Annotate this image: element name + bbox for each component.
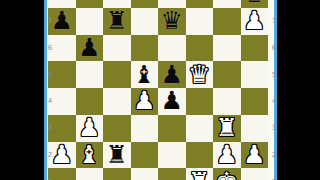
square-h1 (241, 168, 269, 180)
square-c6 (103, 35, 131, 62)
square-c2: ♜ (103, 142, 131, 169)
square-b1 (76, 168, 104, 180)
piece-wR-g3: ♜ (216, 115, 238, 141)
square-g2: ♟ (213, 142, 241, 169)
square-h4 (241, 88, 269, 115)
square-d5: ♝ (131, 61, 159, 88)
piece-bB-d5: ♝ (133, 62, 155, 88)
square-f7 (186, 8, 214, 35)
square-e7: ♛ (158, 8, 186, 35)
square-f8 (186, 0, 214, 8)
rank-label-left-2: 2 (47, 151, 53, 159)
square-b3: ♟ (76, 115, 104, 142)
square-h7: ♟ (241, 8, 269, 35)
square-c1 (103, 168, 131, 180)
square-d1 (131, 168, 159, 180)
piece-wP-h2: ♟ (243, 142, 265, 168)
square-b8 (76, 0, 104, 8)
square-g5 (213, 61, 241, 88)
square-b4 (76, 88, 104, 115)
rank-label-right-4: 4 (271, 97, 277, 105)
square-h3 (241, 115, 269, 142)
square-h2: ♟ (241, 142, 269, 169)
piece-wP-a2: ♟ (51, 142, 73, 168)
rank-label-right-7: 7 (271, 17, 277, 25)
rank-label-right-2: 2 (271, 151, 277, 159)
square-h6 (241, 35, 269, 62)
rank-label-left-3: 3 (47, 124, 53, 132)
square-c3 (103, 115, 131, 142)
piece-bP-a7: ♟ (51, 8, 73, 34)
square-d7 (131, 8, 159, 35)
square-c4 (103, 88, 131, 115)
square-e6 (158, 35, 186, 62)
square-b6: ♟ (76, 35, 104, 62)
piece-bR-c2: ♜ (106, 142, 128, 168)
square-b7 (76, 8, 104, 35)
piece-wK-g1: ♚ (216, 169, 238, 180)
square-b5 (76, 61, 104, 88)
rank-label-left-4: 4 (47, 97, 53, 105)
square-f5: ♛ (186, 61, 214, 88)
piece-bP-e5: ♟ (161, 62, 183, 88)
square-c7: ♜ (103, 8, 131, 35)
square-c5 (103, 61, 131, 88)
square-f2 (186, 142, 214, 169)
square-f3 (186, 115, 214, 142)
square-e2 (158, 142, 186, 169)
piece-bR-c7: ♜ (106, 8, 128, 34)
right-black-bar (277, 0, 320, 180)
rank-label-right-1: 1 (271, 178, 277, 180)
piece-wP-b3: ♟ (78, 115, 100, 141)
square-f1: ♜ (186, 168, 214, 180)
square-f6 (186, 35, 214, 62)
square-d2 (131, 142, 159, 169)
video-frame: ♚♟♜♛♟♟♝♟♛♟♟♟♜♟♝♜♟♟♜♚ 8877665544332211 (0, 0, 320, 180)
square-e1 (158, 168, 186, 180)
piece-bQ-e7: ♛ (161, 8, 183, 34)
square-g7 (213, 8, 241, 35)
piece-wR-f1: ♜ (188, 169, 210, 180)
square-e3 (158, 115, 186, 142)
rank-label-left-6: 6 (47, 44, 53, 52)
piece-wP-d4: ♟ (133, 88, 155, 114)
piece-wP-g2: ♟ (216, 142, 238, 168)
rank-label-right-6: 6 (271, 44, 277, 52)
rank-label-left-5: 5 (47, 71, 53, 79)
chess-diagram-panel: ♚♟♜♛♟♟♝♟♛♟♟♟♜♟♝♜♟♟♜♚ 8877665544332211 (44, 0, 277, 180)
square-d6 (131, 35, 159, 62)
chess-board: ♚♟♜♛♟♟♝♟♛♟♟♟♜♟♝♜♟♟♜♚ (48, 0, 268, 180)
square-d3 (131, 115, 159, 142)
rank-label-left-1: 1 (47, 178, 53, 180)
piece-bP-e4: ♟ (161, 88, 183, 114)
left-black-bar (0, 0, 44, 180)
square-g8 (213, 0, 241, 8)
square-g6 (213, 35, 241, 62)
rank-label-right-3: 3 (271, 124, 277, 132)
square-b2: ♝ (76, 142, 104, 169)
square-e4: ♟ (158, 88, 186, 115)
piece-wQ-f5: ♛ (188, 62, 210, 88)
square-d8 (131, 0, 159, 8)
square-e5: ♟ (158, 61, 186, 88)
piece-wP-h7: ♟ (243, 8, 265, 34)
square-g3: ♜ (213, 115, 241, 142)
piece-bP-b6: ♟ (78, 35, 100, 61)
square-g4 (213, 88, 241, 115)
square-h5 (241, 61, 269, 88)
square-g1: ♚ (213, 168, 241, 180)
square-d4: ♟ (131, 88, 159, 115)
square-f4 (186, 88, 214, 115)
piece-wB-b2: ♝ (78, 142, 100, 168)
rank-label-right-5: 5 (271, 71, 277, 79)
rank-label-left-7: 7 (47, 17, 53, 25)
